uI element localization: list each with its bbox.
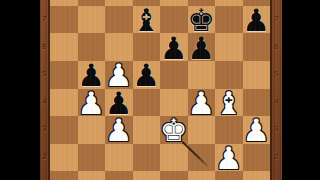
square-g7[interactable] bbox=[215, 6, 243, 34]
square-a5[interactable] bbox=[50, 61, 78, 89]
square-a3[interactable] bbox=[50, 116, 78, 144]
square-h7[interactable]: ♟ bbox=[243, 6, 271, 34]
square-c7[interactable] bbox=[105, 6, 133, 34]
chess-video-frame: ♝♚♟♟♟♟♟♟♟♟♟♝♟♚♟♟ 765432 765432 bbox=[0, 0, 320, 180]
square-c1[interactable] bbox=[105, 171, 133, 180]
white-pawn-c3[interactable]: ♟ bbox=[105, 115, 133, 146]
square-f2[interactable] bbox=[188, 144, 216, 172]
black-pawn-h7[interactable]: ♟ bbox=[242, 5, 270, 36]
square-d3[interactable] bbox=[133, 116, 161, 144]
square-f6[interactable]: ♟ bbox=[188, 33, 216, 61]
square-b1[interactable] bbox=[78, 171, 106, 180]
rank-label-right-7: 7 bbox=[272, 15, 281, 24]
square-a1[interactable] bbox=[50, 171, 78, 180]
rank-label-left-6: 6 bbox=[40, 43, 49, 52]
white-pawn-f4[interactable]: ♟ bbox=[187, 88, 215, 119]
black-pawn-f6[interactable]: ♟ bbox=[187, 33, 215, 64]
rank-label-right-5: 5 bbox=[272, 70, 281, 79]
rank-label-left-5: 5 bbox=[40, 70, 49, 79]
rank-label-left-3: 3 bbox=[40, 125, 49, 134]
black-pawn-d5[interactable]: ♟ bbox=[132, 60, 160, 91]
rank-label-left-2: 2 bbox=[40, 153, 49, 162]
white-bishop-g4[interactable]: ♝ bbox=[215, 88, 243, 119]
square-a7[interactable] bbox=[50, 6, 78, 34]
rank-label-right-4: 4 bbox=[272, 98, 281, 107]
square-h5[interactable] bbox=[243, 61, 271, 89]
square-h1[interactable] bbox=[243, 171, 271, 180]
square-d1[interactable] bbox=[133, 171, 161, 180]
white-pawn-g2[interactable]: ♟ bbox=[215, 143, 243, 174]
square-b7[interactable] bbox=[78, 6, 106, 34]
square-e3[interactable]: ♚ bbox=[160, 116, 188, 144]
rank-label-left-4: 4 bbox=[40, 98, 49, 107]
square-e1[interactable] bbox=[160, 171, 188, 180]
square-b4[interactable]: ♟ bbox=[78, 89, 106, 117]
square-g4[interactable]: ♝ bbox=[215, 89, 243, 117]
square-a6[interactable] bbox=[50, 33, 78, 61]
square-a4[interactable] bbox=[50, 89, 78, 117]
square-d7[interactable]: ♝ bbox=[133, 6, 161, 34]
black-pawn-e6[interactable]: ♟ bbox=[160, 33, 188, 64]
rank-label-left-7: 7 bbox=[40, 15, 49, 24]
white-pawn-h3[interactable]: ♟ bbox=[242, 115, 270, 146]
rank-label-right-2: 2 bbox=[272, 153, 281, 162]
square-h3[interactable]: ♟ bbox=[243, 116, 271, 144]
square-a2[interactable] bbox=[50, 144, 78, 172]
square-f4[interactable]: ♟ bbox=[188, 89, 216, 117]
square-d2[interactable] bbox=[133, 144, 161, 172]
chess-board[interactable]: ♝♚♟♟♟♟♟♟♟♟♟♝♟♚♟♟ bbox=[50, 0, 270, 180]
rank-label-right-3: 3 bbox=[272, 125, 281, 134]
square-b2[interactable] bbox=[78, 144, 106, 172]
square-g2[interactable]: ♟ bbox=[215, 144, 243, 172]
white-pawn-b4[interactable]: ♟ bbox=[77, 88, 105, 119]
square-c3[interactable]: ♟ bbox=[105, 116, 133, 144]
square-g6[interactable] bbox=[215, 33, 243, 61]
black-bishop-d7[interactable]: ♝ bbox=[132, 5, 160, 36]
square-f1[interactable] bbox=[188, 171, 216, 180]
square-e6[interactable]: ♟ bbox=[160, 33, 188, 61]
square-d5[interactable]: ♟ bbox=[133, 61, 161, 89]
rank-label-right-6: 6 bbox=[272, 43, 281, 52]
